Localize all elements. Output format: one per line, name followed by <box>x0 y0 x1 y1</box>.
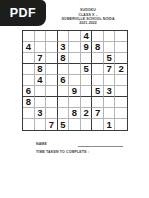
sudoku-cell-r4c5 <box>69 64 81 75</box>
sudoku-cell-r6c9 <box>115 86 127 97</box>
sudoku-cell-r9c4: 5 <box>58 119 70 130</box>
sudoku-cell-r9c3: 7 <box>46 119 58 130</box>
sudoku-cell-r3c7 <box>92 53 104 64</box>
sudoku-cell-r6c6 <box>81 86 93 97</box>
sudoku-cell-r4c6: 5 <box>81 64 93 75</box>
sudoku-cell-r4c8: 7 <box>104 64 116 75</box>
sudoku-cell-r7c4 <box>58 97 70 108</box>
sudoku-cell-r3c3 <box>46 53 58 64</box>
sudoku-cell-r9c5 <box>69 119 81 130</box>
sudoku-cell-r4c7 <box>92 64 104 75</box>
sudoku-cell-r4c3 <box>46 64 58 75</box>
sudoku-cell-r4c9: 2 <box>115 64 127 75</box>
sudoku-cell-r9c7 <box>92 119 104 130</box>
pdf-badge-label: PDF <box>10 6 37 20</box>
sudoku-cell-r2c6: 9 <box>81 42 93 53</box>
sudoku-cell-r6c3 <box>46 86 58 97</box>
sudoku-cell-r3c1 <box>23 53 35 64</box>
sudoku-cell-r9c8: 1 <box>104 119 116 130</box>
sudoku-cell-r6c2 <box>35 86 47 97</box>
sudoku-cell-r7c1: 8 <box>23 97 35 108</box>
sudoku-cell-r5c6 <box>81 75 93 86</box>
sudoku-cell-r1c3 <box>46 31 58 42</box>
sudoku-cell-r8c1 <box>23 108 35 119</box>
sudoku-cell-r8c3 <box>46 108 58 119</box>
sudoku-cell-r3c5 <box>69 53 81 64</box>
sudoku-cell-r8c7: 7 <box>92 108 104 119</box>
worksheet-page: PDF SUDOKU CLASS X – SOMERVILLE SCHOOL N… <box>0 0 149 198</box>
time-taken-label: TIME TAKEN TO COMPLETE : <box>36 150 136 154</box>
sudoku-cell-r5c3 <box>46 75 58 86</box>
sudoku-cell-r2c5 <box>69 42 81 53</box>
sudoku-cell-r7c8 <box>104 97 116 108</box>
sudoku-grid: 44398785857246695383827751 <box>22 30 128 131</box>
sudoku-cell-r8c5: 8 <box>69 108 81 119</box>
sudoku-cell-r6c7: 5 <box>92 86 104 97</box>
sudoku-cell-r8c9 <box>115 108 127 119</box>
sudoku-cell-r8c6: 2 <box>81 108 93 119</box>
sudoku-cell-r9c6 <box>81 119 93 130</box>
sudoku-cell-r2c9 <box>115 42 127 53</box>
sudoku-cell-r1c5 <box>69 31 81 42</box>
pdf-badge: PDF <box>0 0 46 26</box>
sudoku-cell-r9c9 <box>115 119 127 130</box>
sudoku-cell-r9c1 <box>23 119 35 130</box>
sudoku-cell-r8c2: 3 <box>35 108 47 119</box>
name-fill-line <box>78 141 123 147</box>
sudoku-cell-r1c2 <box>35 31 47 42</box>
sudoku-cell-r6c5: 9 <box>69 86 81 97</box>
sudoku-cell-r1c9 <box>115 31 127 42</box>
sudoku-cell-r5c2: 4 <box>35 75 47 86</box>
sudoku-cell-r8c4 <box>58 108 70 119</box>
sudoku-cell-r2c3 <box>46 42 58 53</box>
sudoku-cell-r8c8 <box>104 108 116 119</box>
sudoku-cell-r5c4: 6 <box>58 75 70 86</box>
sudoku-cell-r7c3 <box>46 97 58 108</box>
sudoku-cell-r2c1: 4 <box>23 42 35 53</box>
sudoku-cell-r9c2 <box>35 119 47 130</box>
sudoku-cell-r6c4 <box>58 86 70 97</box>
sudoku-cell-r4c1 <box>23 64 35 75</box>
sudoku-cell-r3c4: 8 <box>58 53 70 64</box>
sudoku-cell-r5c9 <box>115 75 127 86</box>
sudoku-cell-r7c9 <box>115 97 127 108</box>
sudoku-cell-r1c8 <box>104 31 116 42</box>
sudoku-cell-r6c8: 3 <box>104 86 116 97</box>
sudoku-cell-r2c7: 8 <box>92 42 104 53</box>
